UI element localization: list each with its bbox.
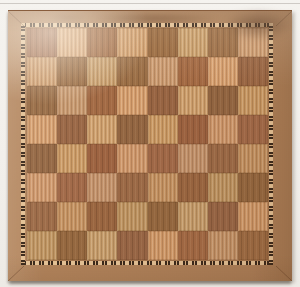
square-e7: [148, 57, 178, 86]
square-h2: [238, 202, 268, 231]
square-f5: [178, 115, 208, 144]
square-f4: [178, 144, 208, 173]
square-b8: [57, 28, 87, 57]
square-e1: [148, 231, 178, 260]
square-c1: [87, 231, 117, 260]
square-c5: [87, 115, 117, 144]
square-h8: [238, 28, 268, 57]
square-d2: [117, 202, 147, 231]
square-a5: [27, 115, 57, 144]
square-b5: [57, 115, 87, 144]
square-e2: [148, 202, 178, 231]
square-a2: [27, 202, 57, 231]
chess-board: [8, 10, 292, 281]
square-g7: [208, 57, 238, 86]
square-g8: [208, 28, 238, 57]
square-b7: [57, 57, 87, 86]
square-f6: [178, 86, 208, 115]
inlay-border-left: [21, 23, 25, 265]
square-g4: [208, 144, 238, 173]
square-b2: [57, 202, 87, 231]
square-b3: [57, 173, 87, 202]
square-e5: [148, 115, 178, 144]
square-h1: [238, 231, 268, 260]
square-a6: [27, 86, 57, 115]
square-g5: [208, 115, 238, 144]
square-e3: [148, 173, 178, 202]
square-b6: [57, 86, 87, 115]
inlay-border-right: [269, 23, 273, 265]
square-h7: [238, 57, 268, 86]
square-d4: [117, 144, 147, 173]
square-d8: [117, 28, 147, 57]
square-c6: [87, 86, 117, 115]
squares-grid: [27, 28, 268, 260]
square-c8: [87, 28, 117, 57]
square-e4: [148, 144, 178, 173]
square-d3: [117, 173, 147, 202]
inlay-border-bottom: [21, 261, 273, 265]
background-seam-line: [0, 3, 300, 4]
square-g6: [208, 86, 238, 115]
square-c2: [87, 202, 117, 231]
square-a7: [27, 57, 57, 86]
square-g2: [208, 202, 238, 231]
square-f2: [178, 202, 208, 231]
square-c4: [87, 144, 117, 173]
photo-background: [0, 0, 300, 287]
square-g3: [208, 173, 238, 202]
square-a8: [27, 28, 57, 57]
square-c7: [87, 57, 117, 86]
square-c3: [87, 173, 117, 202]
wood-stain: [46, 13, 88, 23]
square-e8: [148, 28, 178, 57]
square-h5: [238, 115, 268, 144]
square-h4: [238, 144, 268, 173]
square-a3: [27, 173, 57, 202]
square-d7: [117, 57, 147, 86]
square-e6: [148, 86, 178, 115]
square-b4: [57, 144, 87, 173]
square-g1: [208, 231, 238, 260]
square-h3: [238, 173, 268, 202]
square-b1: [57, 231, 87, 260]
square-f8: [178, 28, 208, 57]
square-f7: [178, 57, 208, 86]
square-f1: [178, 231, 208, 260]
square-f3: [178, 173, 208, 202]
inlay-border-top: [21, 23, 273, 27]
square-d1: [117, 231, 147, 260]
square-d6: [117, 86, 147, 115]
square-a1: [27, 231, 57, 260]
square-h6: [238, 86, 268, 115]
square-a4: [27, 144, 57, 173]
square-d5: [117, 115, 147, 144]
